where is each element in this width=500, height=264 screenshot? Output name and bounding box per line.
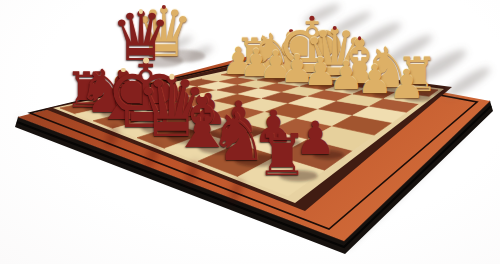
contrasting-finial: [200, 92, 205, 97]
chess-set-product-photo: ♛♛♜♞♟♝♟♚♟♛♟♝♟♞♟♜♟♟♟♟♜♟♞♟♝♟♚♟♛♟♝♟♞♜: [0, 0, 500, 264]
piece-boxwood-pawn-h2[interactable]: ♟: [388, 69, 425, 99]
piece-glyph: ♟: [388, 69, 425, 100]
piece-red-rook-h8[interactable]: ♜: [255, 134, 309, 177]
piece-glyph: ♜: [255, 134, 309, 179]
contrasting-finial: [358, 37, 362, 41]
cast-shadow: [443, 63, 493, 101]
